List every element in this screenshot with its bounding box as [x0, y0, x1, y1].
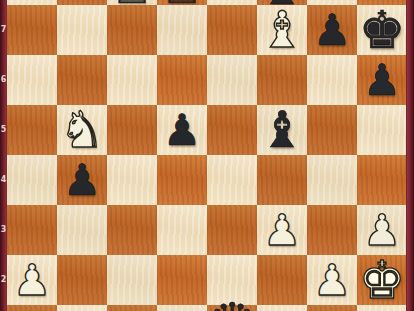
rank-label-2: 2 — [0, 276, 7, 284]
black-bishop-f5[interactable]: ♝ — [257, 105, 307, 155]
square-a7[interactable] — [7, 5, 57, 55]
square-a1[interactable] — [7, 305, 57, 311]
square-c4[interactable] — [107, 155, 157, 205]
rank-label-3: 3 — [0, 226, 7, 234]
square-g5[interactable] — [307, 105, 357, 155]
square-b4[interactable]: ♟ — [57, 155, 107, 205]
square-d3[interactable] — [157, 205, 207, 255]
white-pawn-g2[interactable]: ♟ — [307, 255, 357, 305]
square-f4[interactable] — [257, 155, 307, 205]
black-pawn-d5[interactable]: ♟ — [157, 105, 207, 155]
square-f2[interactable] — [257, 255, 307, 305]
white-pawn-a2[interactable]: ♟ — [7, 255, 57, 305]
square-h5[interactable] — [357, 105, 407, 155]
square-g6[interactable] — [307, 55, 357, 105]
square-f6[interactable] — [257, 55, 307, 105]
square-e5[interactable] — [207, 105, 257, 155]
square-f7[interactable]: ♝ — [257, 5, 307, 55]
square-e3[interactable] — [207, 205, 257, 255]
square-b2[interactable] — [57, 255, 107, 305]
square-a4[interactable] — [7, 155, 57, 205]
square-h6[interactable]: ♟ — [357, 55, 407, 105]
board-clip: ♜♜♝♝♟♚♟♞♟♝♟♟♟♟♟♚♛ — [7, 0, 407, 311]
black-king-h7[interactable]: ♚ — [357, 5, 407, 55]
square-b7[interactable] — [57, 5, 107, 55]
square-d1[interactable] — [157, 305, 207, 311]
square-e4[interactable] — [207, 155, 257, 205]
white-king-h2[interactable]: ♚ — [357, 255, 407, 305]
square-c2[interactable] — [107, 255, 157, 305]
white-pawn-f3[interactable]: ♟ — [257, 205, 307, 255]
square-c5[interactable] — [107, 105, 157, 155]
square-b5[interactable]: ♞ — [57, 105, 107, 155]
square-c1[interactable] — [107, 305, 157, 311]
square-h3[interactable]: ♟ — [357, 205, 407, 255]
square-a2[interactable]: ♟ — [7, 255, 57, 305]
frame-left-border: 765432 — [0, 0, 7, 311]
square-b3[interactable] — [57, 205, 107, 255]
square-d4[interactable] — [157, 155, 207, 205]
black-queen-e1[interactable]: ♛ — [207, 297, 257, 311]
rank-label-7: 7 — [0, 26, 7, 34]
square-a3[interactable] — [7, 205, 57, 255]
white-knight-b5[interactable]: ♞ — [57, 105, 107, 155]
square-d6[interactable] — [157, 55, 207, 105]
square-e6[interactable] — [207, 55, 257, 105]
rank-label-6: 6 — [0, 76, 7, 84]
square-d2[interactable] — [157, 255, 207, 305]
square-g3[interactable] — [307, 205, 357, 255]
square-c6[interactable] — [107, 55, 157, 105]
square-f3[interactable]: ♟ — [257, 205, 307, 255]
square-e7[interactable] — [207, 5, 257, 55]
square-a5[interactable] — [7, 105, 57, 155]
square-g1[interactable] — [307, 305, 357, 311]
square-c3[interactable] — [107, 205, 157, 255]
rank-label-5: 5 — [0, 126, 7, 134]
square-h2[interactable]: ♚ — [357, 255, 407, 305]
square-d7[interactable] — [157, 5, 207, 55]
black-pawn-g7[interactable]: ♟ — [307, 5, 357, 55]
square-a6[interactable] — [7, 55, 57, 105]
square-h7[interactable]: ♚ — [357, 5, 407, 55]
chess-diagram: ♜♜♝♝♟♚♟♞♟♝♟♟♟♟♟♚♛ 765432 — [0, 0, 414, 311]
square-b1[interactable] — [57, 305, 107, 311]
square-d5[interactable]: ♟ — [157, 105, 207, 155]
square-f1[interactable] — [257, 305, 307, 311]
chess-board: ♜♜♝♝♟♚♟♞♟♝♟♟♟♟♟♚♛ — [7, 0, 407, 311]
square-g2[interactable]: ♟ — [307, 255, 357, 305]
square-h4[interactable] — [357, 155, 407, 205]
rank-label-4: 4 — [0, 176, 7, 184]
square-c7[interactable] — [107, 5, 157, 55]
white-pawn-h3[interactable]: ♟ — [357, 205, 407, 255]
frame-right-border — [406, 0, 414, 311]
square-e1[interactable]: ♛ — [207, 305, 257, 311]
square-g4[interactable] — [307, 155, 357, 205]
white-bishop-f7[interactable]: ♝ — [257, 5, 307, 55]
square-g7[interactable]: ♟ — [307, 5, 357, 55]
square-h1[interactable] — [357, 305, 407, 311]
square-b6[interactable] — [57, 55, 107, 105]
black-pawn-b4[interactable]: ♟ — [57, 155, 107, 205]
black-pawn-h6[interactable]: ♟ — [357, 55, 407, 105]
square-f5[interactable]: ♝ — [257, 105, 307, 155]
